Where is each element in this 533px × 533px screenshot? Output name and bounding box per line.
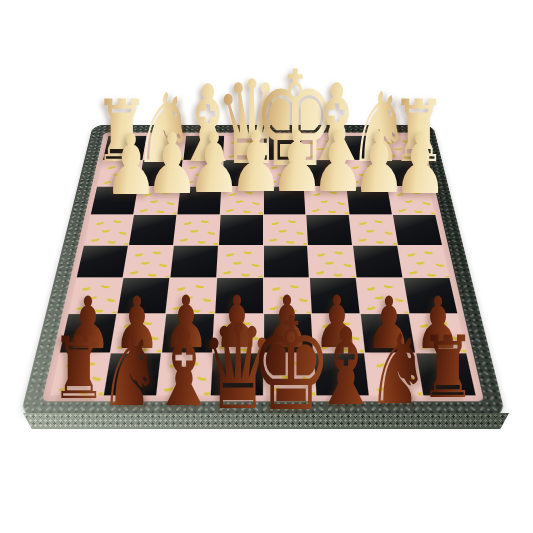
pieces-layer: ♜♞♝♛♚♝♞♜♟♟♟♟♟♟♟♟♟♟♟♟♟♟♟♟♜♞♝♛♚♝♞♜	[0, 0, 533, 533]
chess-photo-scene: ♜♞♝♛♚♝♞♜♟♟♟♟♟♟♟♟♟♟♟♟♟♟♟♟♜♞♝♛♚♝♞♜	[0, 0, 533, 533]
black-rook[interactable]: ♜	[420, 324, 476, 410]
white-pawn[interactable]: ♟	[393, 122, 447, 206]
